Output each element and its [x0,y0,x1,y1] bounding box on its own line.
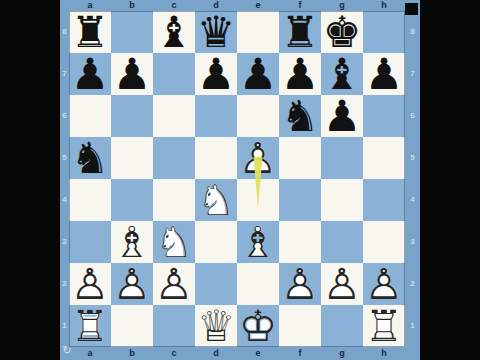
file-label-top-h: h [363,0,405,11]
white-bishop-e3: ♝♗ [237,221,279,263]
rank-label-left-7: 7 [60,53,69,95]
file-label-top-b: b [111,0,153,11]
white-bishop-b3: ♝♗ [111,221,153,263]
white-pawn-h2: ♟♙ [363,263,405,305]
square-a7[interactable]: ♟ [69,53,111,95]
square-b8[interactable] [111,11,153,53]
square-c3[interactable]: ♞♘ [153,221,195,263]
white-pawn-a2: ♟♙ [69,263,111,305]
rank-label-left-4: 4 [60,179,69,221]
black-knight-a5: ♞ [69,137,111,179]
rank-label-right-7: 7 [405,53,420,95]
corner-top-left [60,0,69,11]
file-label-bottom-d: d [195,347,237,360]
black-king-g8: ♚ [321,11,363,53]
square-a1[interactable]: ♜♖ [69,305,111,347]
square-f7[interactable]: ♟ [279,53,321,95]
black-rook-a8: ♜ [69,11,111,53]
rank-label-right-2: 2 [405,263,420,305]
square-e1[interactable]: ♚♔ [237,305,279,347]
rank-label-left-8: 8 [60,11,69,53]
white-pawn-f2: ♟♙ [279,263,321,305]
white-knight-c3: ♞♘ [153,221,195,263]
file-label-top-d: d [195,0,237,11]
square-b3[interactable]: ♝♗ [111,221,153,263]
white-rook-a1: ♜♖ [69,305,111,347]
white-pawn-g2: ♟♙ [321,263,363,305]
square-f4[interactable] [279,179,321,221]
black-bishop-g7: ♝ [321,53,363,95]
black-pawn-f7: ♟ [279,53,321,95]
file-label-bottom-h: h [363,347,405,360]
square-a6[interactable] [69,95,111,137]
white-pawn-c2: ♟♙ [153,263,195,305]
rank-label-right-4: 4 [405,179,420,221]
file-label-bottom-a: a [69,347,111,360]
square-b5[interactable] [111,137,153,179]
square-h2[interactable]: ♟♙ [363,263,405,305]
flip-board-icon[interactable]: ↻ [61,344,73,357]
rank-label-right-8: 8 [405,11,420,53]
square-g3[interactable] [321,221,363,263]
square-f2[interactable]: ♟♙ [279,263,321,305]
file-label-bottom-e: e [237,347,279,360]
square-a2[interactable]: ♟♙ [69,263,111,305]
square-h8[interactable] [363,11,405,53]
corner-bottom-right [405,347,420,360]
square-b6[interactable] [111,95,153,137]
square-d7[interactable]: ♟ [195,53,237,95]
white-queen-d1: ♛♕ [195,305,237,347]
black-pawn-a7: ♟ [69,53,111,95]
black-rook-f8: ♜ [279,11,321,53]
square-c5[interactable] [153,137,195,179]
rank-label-right-5: 5 [405,137,420,179]
square-e3[interactable]: ♝♗ [237,221,279,263]
square-b7[interactable]: ♟ [111,53,153,95]
square-e6[interactable] [237,95,279,137]
square-e8[interactable] [237,11,279,53]
chess-board: abcdefgh8♜♝♛♜♚87♟♟♟♟♟♝♟76♞♟65♞♟♙54♞♘43♝♗… [60,0,420,360]
square-g6[interactable]: ♟ [321,95,363,137]
square-d5[interactable] [195,137,237,179]
square-f5[interactable] [279,137,321,179]
white-king-e1: ♚♔ [237,305,279,347]
square-d4[interactable]: ♞♘ [195,179,237,221]
black-pawn-h7: ♟ [363,53,405,95]
square-h4[interactable] [363,179,405,221]
record-indicator-square [405,3,418,15]
rank-label-right-1: 1 [405,305,420,347]
file-label-top-c: c [153,0,195,11]
square-f3[interactable] [279,221,321,263]
square-e5[interactable]: ♟♙ [237,137,279,179]
black-queen-d8: ♛ [195,11,237,53]
square-d8[interactable]: ♛ [195,11,237,53]
rank-label-left-3: 3 [60,221,69,263]
square-d6[interactable] [195,95,237,137]
square-c8[interactable]: ♝ [153,11,195,53]
square-h5[interactable] [363,137,405,179]
rank-label-left-2: 2 [60,263,69,305]
square-c2[interactable]: ♟♙ [153,263,195,305]
file-label-top-a: a [69,0,111,11]
square-h3[interactable] [363,221,405,263]
square-d2[interactable] [195,263,237,305]
square-g5[interactable] [321,137,363,179]
square-e4[interactable] [237,179,279,221]
black-pawn-g6: ♟ [321,95,363,137]
square-a8[interactable]: ♜ [69,11,111,53]
square-h1[interactable]: ♜♖ [363,305,405,347]
black-pawn-d7: ♟ [195,53,237,95]
square-c1[interactable] [153,305,195,347]
square-a4[interactable] [69,179,111,221]
square-d3[interactable] [195,221,237,263]
rank-label-left-6: 6 [60,95,69,137]
rank-label-left-1: 1 [60,305,69,347]
video-frame: abcdefgh8♜♝♛♜♚87♟♟♟♟♟♝♟76♞♟65♞♟♙54♞♘43♝♗… [0,0,480,360]
square-f8[interactable]: ♜ [279,11,321,53]
file-label-bottom-c: c [153,347,195,360]
square-b2[interactable]: ♟♙ [111,263,153,305]
square-a5[interactable]: ♞ [69,137,111,179]
rank-label-right-6: 6 [405,95,420,137]
rank-label-right-3: 3 [405,221,420,263]
square-f1[interactable] [279,305,321,347]
file-label-top-f: f [279,0,321,11]
square-f6[interactable]: ♞ [279,95,321,137]
square-g1[interactable] [321,305,363,347]
square-c7[interactable] [153,53,195,95]
square-b1[interactable] [111,305,153,347]
square-g8[interactable]: ♚ [321,11,363,53]
square-g2[interactable]: ♟♙ [321,263,363,305]
rank-label-left-5: 5 [60,137,69,179]
file-label-bottom-g: g [321,347,363,360]
square-b4[interactable] [111,179,153,221]
square-g4[interactable] [321,179,363,221]
square-h6[interactable] [363,95,405,137]
square-h7[interactable]: ♟ [363,53,405,95]
square-g7[interactable]: ♝ [321,53,363,95]
square-a3[interactable] [69,221,111,263]
square-e7[interactable]: ♟ [237,53,279,95]
file-label-top-e: e [237,0,279,11]
square-d1[interactable]: ♛♕ [195,305,237,347]
black-bishop-c8: ♝ [153,11,195,53]
file-label-bottom-f: f [279,347,321,360]
white-pawn-b2: ♟♙ [111,263,153,305]
white-knight-d4: ♞♘ [195,179,237,221]
black-pawn-e7: ♟ [237,53,279,95]
white-pawn-e5: ♟♙ [237,137,279,179]
white-rook-h1: ♜♖ [363,305,405,347]
black-pawn-b7: ♟ [111,53,153,95]
black-knight-f6: ♞ [279,95,321,137]
file-label-top-g: g [321,0,363,11]
square-c6[interactable] [153,95,195,137]
square-e2[interactable] [237,263,279,305]
square-c4[interactable] [153,179,195,221]
file-label-bottom-b: b [111,347,153,360]
